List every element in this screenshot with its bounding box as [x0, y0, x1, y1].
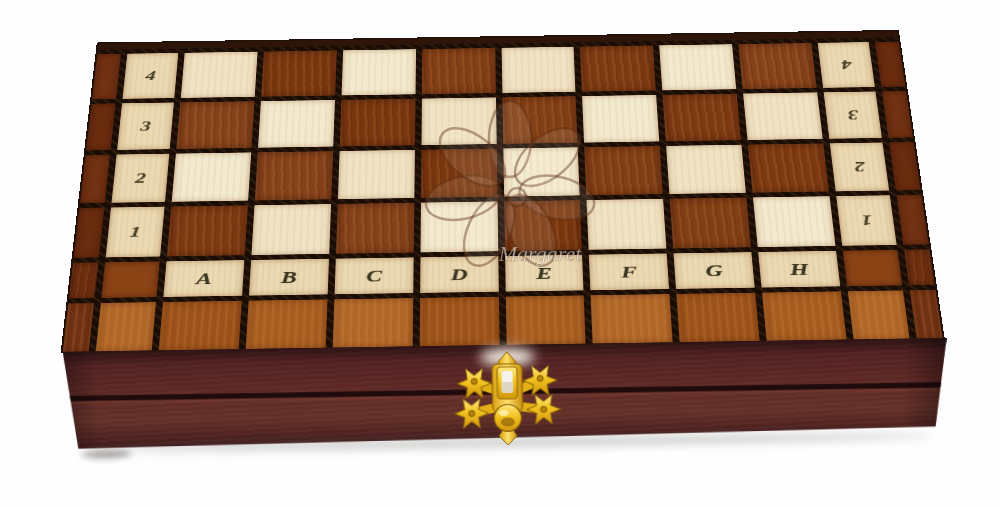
board-front-band [63, 303, 94, 352]
rank-label-right-1: 1 [836, 195, 896, 246]
board-border-right [875, 42, 905, 87]
file-label-d-text: D [451, 266, 468, 283]
board-front-band [159, 301, 242, 351]
brass-latch [454, 351, 561, 447]
board-border-right [882, 91, 913, 138]
square-d2 [421, 149, 497, 198]
board-corner-left [101, 261, 159, 298]
square-g3 [663, 94, 741, 142]
square-d3 [421, 97, 496, 145]
chess-box: 44332211ABCDEFGH [0, 0, 1000, 507]
board-front-band [419, 297, 499, 347]
file-label-c-text: C [366, 267, 382, 284]
rank-label-right-2: 2 [830, 143, 889, 192]
square-d4 [422, 48, 496, 94]
square-c2 [338, 150, 415, 199]
square-a2 [172, 152, 251, 201]
board-front-band [332, 298, 412, 348]
latch-hasp-slot-shade [502, 382, 513, 393]
square-h3 [743, 92, 822, 140]
file-label-b: B [249, 259, 329, 296]
square-b4 [261, 50, 337, 96]
square-b1 [251, 204, 330, 255]
square-c3 [340, 99, 416, 147]
box-lid: 44332211ABCDEFGH [63, 31, 943, 352]
square-e4 [501, 47, 576, 93]
rank-label-right-2-text: 2 [853, 159, 865, 174]
rank-label-right-4: 4 [818, 42, 875, 88]
square-f3 [582, 95, 659, 143]
rank-label-left-3-text: 3 [140, 119, 152, 133]
board-border-right [896, 195, 928, 245]
rank-label-left-1: 1 [106, 207, 165, 258]
board-front-band [848, 290, 910, 339]
file-label-f: F [589, 253, 669, 290]
board-border-left [80, 155, 110, 204]
board-front-band [910, 290, 943, 339]
square-d1 [420, 201, 498, 252]
file-label-h-text: H [789, 260, 809, 277]
file-label-e: E [505, 255, 584, 292]
board-border-left [74, 208, 105, 258]
rank-label-left-1-text: 1 [129, 224, 141, 239]
rank-label-right-3-text: 3 [847, 108, 859, 122]
board-front-band [246, 299, 328, 349]
board-front-band [505, 295, 586, 345]
square-e3 [502, 96, 578, 144]
rank-label-left-2-text: 2 [135, 171, 147, 186]
rank-label-right-4-text: 4 [840, 58, 852, 72]
square-g1 [670, 198, 751, 249]
rank-label-right-3: 3 [824, 91, 882, 138]
board-corner-right [843, 250, 902, 286]
square-b2 [255, 151, 333, 200]
rank-label-left-3: 3 [117, 102, 174, 149]
box-corner-shadow [81, 450, 131, 459]
square-a1 [167, 205, 248, 256]
square-h4 [739, 43, 817, 89]
board-front-band [96, 302, 156, 351]
rank-label-left-2: 2 [111, 154, 169, 203]
file-label-c: C [334, 257, 413, 294]
rank-label-left-4-text: 4 [145, 69, 156, 83]
file-label-g-text: G [705, 262, 723, 279]
board-border-right [904, 249, 935, 285]
file-label-a-text: A [195, 270, 212, 287]
file-label-e-text: E [536, 264, 552, 281]
file-label-f-text: F [621, 263, 638, 280]
square-g4 [659, 44, 736, 90]
board-border-right [889, 142, 921, 190]
board-border-left [69, 262, 98, 298]
square-h1 [753, 196, 835, 247]
file-label-a: A [163, 260, 244, 297]
board-front-band [677, 293, 760, 343]
square-h2 [748, 143, 829, 192]
board-grid: 44332211ABCDEFGH [63, 31, 943, 352]
square-e2 [503, 147, 580, 196]
board-front-band [762, 291, 846, 341]
square-e1 [504, 200, 582, 251]
file-label-d: D [420, 256, 499, 293]
board-front-band [591, 294, 673, 344]
square-g2 [666, 145, 746, 194]
square-a3 [176, 101, 254, 149]
square-f4 [580, 45, 656, 91]
square-c4 [341, 49, 415, 95]
board-border-left [92, 54, 121, 100]
square-f2 [585, 146, 663, 195]
board-border-left [86, 103, 115, 150]
square-f1 [587, 199, 667, 250]
file-label-b-text: B [281, 268, 298, 285]
square-a4 [181, 52, 258, 98]
rank-label-right-1-text: 1 [860, 213, 873, 228]
file-label-h: H [758, 251, 840, 288]
rank-label-left-4: 4 [123, 53, 179, 99]
square-b3 [258, 100, 335, 148]
square-c1 [336, 203, 414, 254]
file-label-g: G [674, 252, 755, 289]
